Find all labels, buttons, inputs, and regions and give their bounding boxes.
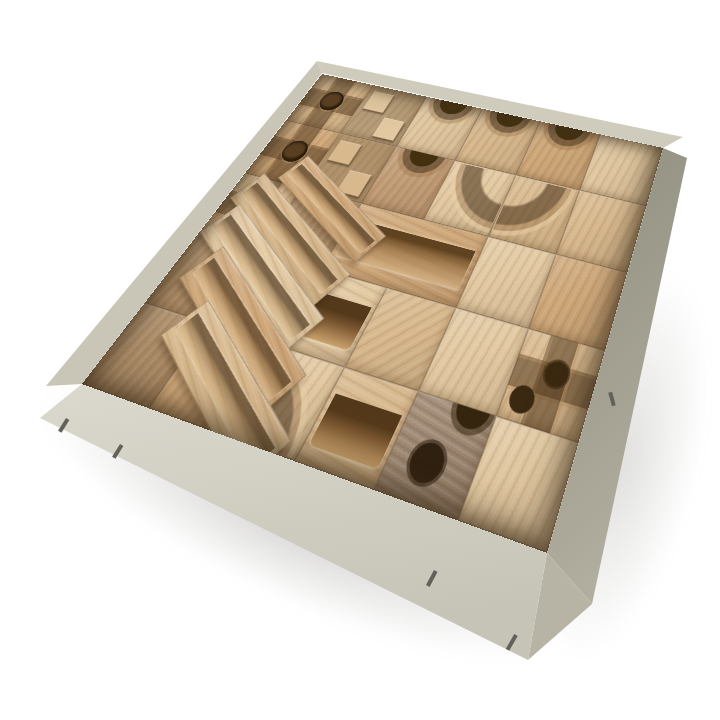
product-photo-stage <box>0 0 720 720</box>
